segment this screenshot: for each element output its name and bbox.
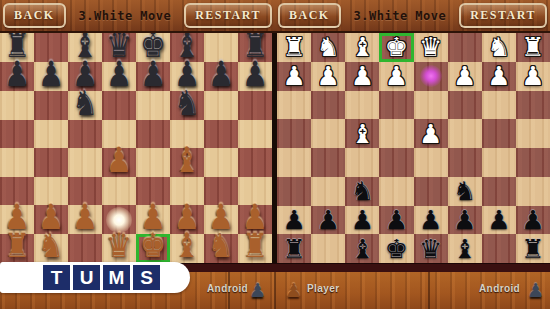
square-d1[interactable]: ♛ [102,234,136,263]
move-status-left: 3.White Move [79,9,172,23]
square-b3[interactable] [34,177,68,205]
square-e2[interactable]: ♟ [136,205,170,234]
square-c5[interactable] [448,148,482,177]
square-g3[interactable] [204,177,238,205]
square-e5[interactable] [379,148,413,177]
square-d3[interactable] [102,177,136,205]
square-b8[interactable] [34,33,68,62]
piece-black-rook: ♜ [521,236,544,262]
square-e6[interactable] [136,91,170,120]
restart-button-right[interactable]: RESTART [459,3,547,28]
square-c1[interactable] [68,234,102,263]
piece-white-bishop: ♝ [351,34,374,60]
square-d4[interactable]: ♟ [414,119,448,148]
move-hint-dot [420,65,442,87]
logo-letter-tile: M [103,265,130,290]
square-a5[interactable] [516,148,550,177]
square-e5[interactable] [136,120,170,148]
square-c7[interactable]: ♟ [448,206,482,235]
square-f8[interactable]: ♝ [170,33,204,62]
square-b4[interactable] [482,119,516,148]
piece-black-knight: ♞ [351,178,374,204]
square-h7[interactable]: ♟ [277,206,311,235]
square-b3[interactable] [482,91,516,120]
square-e6[interactable] [379,177,413,206]
square-c8[interactable]: ♝ [68,33,102,62]
piece-black-pawn: ♟ [140,57,166,92]
piece-black-rook: ♜ [282,236,305,262]
player-label-android-right: Android [479,283,520,294]
square-a4[interactable] [0,148,34,177]
square-d2[interactable] [102,205,136,234]
square-c1[interactable] [448,33,482,62]
square-g6[interactable] [204,91,238,120]
piece-black-pawn: ♟ [208,57,234,92]
black-pawn-icon: ♟ [527,275,544,305]
piece-black-queen: ♛ [419,236,442,262]
square-g4[interactable] [311,119,345,148]
square-d7[interactable]: ♟ [102,62,136,91]
top-bar-right-panel: BACK 3.White Move RESTART [275,0,550,31]
square-g3[interactable] [311,91,345,120]
square-a1[interactable]: ♜ [0,234,34,263]
square-c2[interactable]: ♟ [448,62,482,91]
square-g2[interactable]: ♟ [204,205,238,234]
board-2d-black-perspective: ♜♞♝♚♛♞♜♟♟♟♟♟♟♟♝♟♞♞♟♟♟♟♟♟♟♟♜♝♚♛♝♜ [277,33,550,263]
square-a6[interactable] [0,91,34,120]
piece-black-pawn: ♟ [72,57,98,92]
square-d6[interactable] [102,91,136,120]
back-button-left[interactable]: BACK [3,3,66,28]
square-c3[interactable] [448,91,482,120]
square-e7[interactable]: ♟ [379,206,413,235]
square-b4[interactable] [34,148,68,177]
square-h5[interactable] [277,148,311,177]
wood-seam [428,272,430,309]
square-a4[interactable] [516,119,550,148]
square-h8[interactable]: ♜ [277,234,311,263]
square-a1[interactable]: ♜ [516,33,550,62]
piece-white-queen: ♛ [106,229,132,264]
square-g8[interactable] [204,33,238,62]
square-f1[interactable]: ♝ [345,33,379,62]
square-h4[interactable] [238,148,272,177]
tums-watermark-logo: T U M S [0,262,190,293]
logo-letter-tile: U [73,265,100,290]
square-c6[interactable]: ♞ [68,91,102,120]
black-pawn-icon: ♟ [249,275,266,305]
move-hint-dot [106,207,132,233]
piece-white-knight: ♞ [317,34,340,60]
square-a3[interactable] [516,91,550,120]
square-a8[interactable]: ♜ [0,33,34,62]
square-h1[interactable]: ♜ [238,234,272,263]
square-a5[interactable] [0,120,34,148]
piece-black-bishop: ♝ [453,236,476,262]
square-a3[interactable] [0,177,34,205]
piece-white-king: ♚ [140,229,166,264]
piece-white-pawn: ♟ [38,200,64,235]
piece-white-bishop: ♝ [351,121,374,147]
piece-black-pawn: ♟ [282,207,305,233]
piece-black-pawn: ♟ [38,57,64,92]
piece-white-pawn: ♟ [174,200,200,235]
square-b1[interactable]: ♞ [482,33,516,62]
chess-app-screen: BACK 3.White Move RESTART BACK 3.White M… [0,0,550,309]
square-d4[interactable]: ♟ [102,148,136,177]
square-e3[interactable] [136,177,170,205]
square-f3[interactable] [170,177,204,205]
square-f8[interactable]: ♝ [345,234,379,263]
piece-white-knight: ♞ [208,229,234,264]
square-a8[interactable]: ♜ [516,234,550,263]
piece-black-bishop: ♝ [351,236,374,262]
square-a2[interactable]: ♟ [516,62,550,91]
logo-letter-tile: S [133,265,160,290]
square-e7[interactable]: ♟ [136,62,170,91]
square-h7[interactable]: ♟ [238,62,272,91]
piece-white-pawn: ♟ [317,63,340,89]
square-e4[interactable] [136,148,170,177]
square-e8[interactable]: ♚ [136,33,170,62]
piece-black-pawn: ♟ [487,207,510,233]
square-h4[interactable] [277,119,311,148]
square-g1[interactable]: ♞ [311,33,345,62]
piece-white-bishop: ♝ [174,229,200,264]
piece-white-rook: ♜ [521,34,544,60]
square-h3[interactable] [238,177,272,205]
piece-black-pawn: ♟ [351,207,374,233]
piece-white-pawn: ♟ [140,200,166,235]
square-c5[interactable] [68,120,102,148]
square-f5[interactable] [170,120,204,148]
piece-black-pawn: ♟ [242,57,268,92]
piece-white-king: ♚ [385,34,408,60]
wood-seam [274,272,276,309]
square-f2[interactable]: ♟ [170,205,204,234]
piece-black-pawn: ♟ [419,207,442,233]
piece-white-knight: ♞ [38,229,64,264]
piece-black-king: ♚ [385,236,408,262]
piece-white-queen: ♛ [419,34,442,60]
square-h5[interactable] [238,120,272,148]
piece-black-knight: ♞ [72,86,98,121]
piece-black-pawn: ♟ [174,57,200,92]
square-b2[interactable]: ♟ [482,62,516,91]
square-h6[interactable] [277,177,311,206]
square-h8[interactable]: ♜ [238,33,272,62]
square-a7[interactable]: ♟ [0,62,34,91]
piece-white-pawn: ♟ [453,63,476,89]
square-c4[interactable] [68,148,102,177]
square-h2[interactable]: ♟ [277,62,311,91]
square-d6[interactable] [414,177,448,206]
square-e1[interactable]: ♚ [379,33,413,62]
piece-white-pawn: ♟ [4,200,30,235]
piece-white-pawn: ♟ [208,200,234,235]
square-f4[interactable]: ♝ [170,148,204,177]
move-status-right: 3.White Move [354,9,447,23]
square-g5[interactable] [204,120,238,148]
piece-white-pawn: ♟ [487,63,510,89]
square-h3[interactable] [277,91,311,120]
top-bar: BACK 3.White Move RESTART BACK 3.White M… [0,0,550,33]
square-b7[interactable]: ♟ [482,206,516,235]
square-d5[interactable] [102,120,136,148]
square-a7[interactable]: ♟ [516,206,550,235]
piece-white-pawn: ♟ [242,200,268,235]
square-g1[interactable]: ♞ [204,234,238,263]
player-label-android-left: Android [207,283,248,294]
square-b6[interactable] [34,91,68,120]
logo-letter-tile: T [43,265,70,290]
square-b7[interactable]: ♟ [34,62,68,91]
piece-black-pawn: ♟ [521,207,544,233]
square-g2[interactable]: ♟ [311,62,345,91]
piece-white-pawn: ♟ [282,63,305,89]
square-d2[interactable] [414,62,448,91]
square-f7[interactable]: ♟ [345,206,379,235]
piece-black-pawn: ♟ [106,57,132,92]
square-f6[interactable]: ♞ [170,91,204,120]
board-3d-white-perspective: ♜♝♛♚♝♜♟♟♟♟♟♟♟♟♞♞♟♝♟♟♟♟♟♟♟♜♞♛♚♝♞♜ [0,33,272,263]
square-c3[interactable] [68,177,102,205]
square-g5[interactable] [311,148,345,177]
square-g4[interactable] [204,148,238,177]
square-f1[interactable]: ♝ [170,234,204,263]
brown-pawn-icon: ♟ [285,275,302,305]
square-d3[interactable] [414,91,448,120]
piece-white-pawn: ♟ [419,121,442,147]
square-b6[interactable] [482,177,516,206]
piece-black-pawn: ♟ [317,207,340,233]
square-f3[interactable] [345,91,379,120]
piece-black-knight: ♞ [174,86,200,121]
square-d8[interactable]: ♛ [102,33,136,62]
piece-black-pawn: ♟ [4,57,30,92]
piece-white-pawn: ♟ [521,63,544,89]
square-b8[interactable] [482,234,516,263]
piece-white-rook: ♜ [4,229,30,264]
square-c7[interactable]: ♟ [68,62,102,91]
back-button-right[interactable]: BACK [278,3,341,28]
square-g7[interactable]: ♟ [311,206,345,235]
piece-white-bishop: ♝ [174,143,200,178]
square-f6[interactable]: ♞ [345,177,379,206]
piece-white-pawn: ♟ [106,143,132,178]
boards-area: ♜♝♛♚♝♜♟♟♟♟♟♟♟♟♞♞♟♝♟♟♟♟♟♟♟♜♞♛♚♝♞♜ ♜♞♝♚♛♞♜… [0,33,550,263]
piece-white-rook: ♜ [242,229,268,264]
square-h2[interactable]: ♟ [238,205,272,234]
square-c8[interactable]: ♝ [448,234,482,263]
square-g7[interactable]: ♟ [204,62,238,91]
square-a6[interactable] [516,177,550,206]
square-e2[interactable]: ♟ [379,62,413,91]
square-g6[interactable] [311,177,345,206]
square-b2[interactable]: ♟ [34,205,68,234]
square-b1[interactable]: ♞ [34,234,68,263]
square-f5[interactable] [345,148,379,177]
square-g8[interactable] [311,234,345,263]
square-c2[interactable]: ♟ [68,205,102,234]
piece-black-knight: ♞ [453,178,476,204]
square-d5[interactable] [414,148,448,177]
square-b5[interactable] [482,148,516,177]
square-e3[interactable] [379,91,413,120]
square-f4[interactable]: ♝ [345,119,379,148]
square-d8[interactable]: ♛ [414,234,448,263]
square-e8[interactable]: ♚ [379,234,413,263]
square-d7[interactable]: ♟ [414,206,448,235]
square-h6[interactable] [238,91,272,120]
player-label-player: Player [307,283,339,294]
restart-button-left[interactable]: RESTART [184,3,272,28]
square-b5[interactable] [34,120,68,148]
piece-white-pawn: ♟ [385,63,408,89]
piece-black-pawn: ♟ [453,207,476,233]
square-d1[interactable]: ♛ [414,33,448,62]
top-bar-left-panel: BACK 3.White Move RESTART [0,0,275,31]
square-a2[interactable]: ♟ [0,205,34,234]
square-c4[interactable] [448,119,482,148]
square-e4[interactable] [379,119,413,148]
square-f7[interactable]: ♟ [170,62,204,91]
square-c6[interactable]: ♞ [448,177,482,206]
square-e1[interactable]: ♚ [136,234,170,263]
piece-white-rook: ♜ [282,34,305,60]
square-h1[interactable]: ♜ [277,33,311,62]
piece-white-knight: ♞ [487,34,510,60]
piece-white-pawn: ♟ [351,63,374,89]
piece-white-pawn: ♟ [72,200,98,235]
square-f2[interactable]: ♟ [345,62,379,91]
piece-black-pawn: ♟ [385,207,408,233]
